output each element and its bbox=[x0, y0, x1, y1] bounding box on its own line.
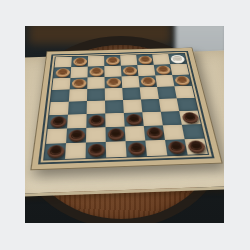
square-r6c6[interactable] bbox=[142, 112, 163, 126]
square-r1c5[interactable] bbox=[120, 55, 137, 66]
square-r2c8[interactable] bbox=[170, 64, 189, 75]
square-r7c3[interactable] bbox=[86, 127, 106, 142]
square-r1c6[interactable]: ⛀ bbox=[136, 55, 154, 66]
light-checker-piece[interactable]: ⛀ bbox=[122, 66, 137, 75]
square-r7c2[interactable]: ⛂ bbox=[66, 128, 86, 143]
square-r8c4[interactable] bbox=[106, 141, 127, 157]
square-r2c6[interactable] bbox=[137, 65, 155, 76]
square-r1c8[interactable]: ⛁ bbox=[168, 54, 186, 65]
dark-checker-piece[interactable]: ⛂ bbox=[46, 145, 64, 159]
square-r7c6[interactable]: ⛂ bbox=[144, 125, 165, 140]
square-r4c6[interactable] bbox=[140, 87, 159, 100]
square-r6c1[interactable]: ⛂ bbox=[48, 115, 68, 129]
square-r7c5[interactable] bbox=[125, 126, 146, 141]
dark-checker-piece[interactable]: ⛂ bbox=[87, 143, 104, 157]
checkers-board: ⛀⛀⛀⛁⛀⛀⛀⛀⛀⛀⛀⛀⛂⛂⛂⛂⛂⛂⛂⛂⛂⛂⛂⛂ bbox=[30, 47, 223, 170]
board-photo: ⛀⛀⛀⛁⛀⛀⛀⛀⛀⛀⛀⛀⛂⛂⛂⛂⛂⛂⛂⛂⛂⛂⛂⛂ bbox=[25, 26, 224, 223]
dark-checker-piece[interactable]: ⛂ bbox=[167, 141, 186, 154]
square-r4c2[interactable] bbox=[69, 89, 87, 102]
square-r3c8[interactable]: ⛀ bbox=[172, 75, 191, 87]
square-r1c7[interactable] bbox=[152, 54, 170, 65]
board-grid: ⛀⛀⛀⛁⛀⛀⛀⛀⛀⛀⛀⛀⛂⛂⛂⛂⛂⛂⛂⛂⛂⛂⛂⛂ bbox=[43, 53, 209, 160]
square-r5c5[interactable] bbox=[123, 99, 142, 112]
dark-checker-piece[interactable]: ⛂ bbox=[107, 128, 124, 141]
square-r2c4[interactable] bbox=[104, 66, 121, 77]
square-r4c3[interactable] bbox=[87, 88, 105, 101]
square-r1c4[interactable]: ⛀ bbox=[104, 55, 121, 66]
square-r3c6[interactable]: ⛀ bbox=[138, 75, 157, 87]
dark-checker-piece[interactable]: ⛂ bbox=[88, 115, 104, 127]
square-r5c4[interactable] bbox=[105, 100, 124, 113]
square-r2c5[interactable]: ⛀ bbox=[121, 65, 139, 76]
square-r7c1[interactable] bbox=[46, 128, 67, 143]
dark-checker-piece[interactable]: ⛂ bbox=[125, 113, 142, 125]
square-r1c1[interactable] bbox=[55, 57, 72, 68]
square-r6c4[interactable] bbox=[105, 113, 124, 127]
light-checker-piece[interactable]: ⛀ bbox=[55, 68, 70, 77]
light-checker-piece[interactable]: ⛀ bbox=[106, 77, 121, 87]
square-r8c1[interactable]: ⛂ bbox=[44, 143, 66, 159]
square-r8c5[interactable]: ⛂ bbox=[126, 141, 147, 157]
square-r8c2[interactable] bbox=[65, 143, 86, 159]
square-r3c1[interactable] bbox=[52, 78, 70, 90]
light-checker-piece[interactable]: ⛀ bbox=[73, 57, 87, 66]
square-r1c3[interactable] bbox=[88, 56, 105, 67]
board-frame: ⛀⛀⛀⛁⛀⛀⛀⛀⛀⛀⛀⛀⛂⛂⛂⛂⛂⛂⛂⛂⛂⛂⛂⛂ bbox=[30, 47, 223, 170]
square-r3c5[interactable] bbox=[122, 76, 140, 88]
square-r4c4[interactable] bbox=[105, 88, 123, 101]
dark-checker-piece[interactable]: ⛂ bbox=[187, 140, 206, 153]
square-r5c2[interactable] bbox=[68, 101, 87, 115]
square-r2c7[interactable]: ⛀ bbox=[154, 64, 172, 75]
square-r3c7[interactable] bbox=[155, 75, 174, 87]
square-r7c8[interactable] bbox=[182, 124, 204, 139]
board-border-line: ⛀⛀⛀⛁⛀⛀⛀⛀⛀⛀⛀⛀⛂⛂⛂⛂⛂⛂⛂⛂⛂⛂⛂⛂ bbox=[38, 51, 215, 165]
square-r8c6[interactable] bbox=[145, 140, 167, 156]
dark-checker-piece[interactable]: ⛂ bbox=[145, 127, 163, 140]
square-r5c1[interactable] bbox=[49, 102, 69, 116]
light-checker-piece[interactable]: ⛀ bbox=[105, 56, 119, 65]
square-r6c3[interactable]: ⛂ bbox=[86, 113, 105, 127]
square-r3c3[interactable] bbox=[87, 77, 105, 89]
dark-checker-piece[interactable]: ⛂ bbox=[68, 129, 85, 142]
square-r2c3[interactable]: ⛀ bbox=[88, 66, 105, 77]
dark-checker-piece[interactable]: ⛂ bbox=[127, 142, 145, 156]
dark-checker-piece[interactable]: ⛂ bbox=[49, 116, 66, 128]
light-checker-piece[interactable]: ⛀ bbox=[174, 75, 190, 85]
square-r1c2[interactable]: ⛀ bbox=[71, 56, 88, 67]
square-r5c8[interactable] bbox=[177, 98, 198, 111]
white-checker-piece[interactable]: ⛁ bbox=[170, 55, 185, 64]
square-r2c2[interactable] bbox=[70, 67, 87, 78]
square-r6c5[interactable]: ⛂ bbox=[124, 112, 144, 126]
light-checker-piece[interactable]: ⛀ bbox=[138, 55, 153, 64]
square-r5c6[interactable] bbox=[141, 99, 161, 112]
square-r6c8[interactable]: ⛂ bbox=[179, 111, 201, 125]
square-r6c2[interactable] bbox=[67, 114, 87, 128]
light-checker-piece[interactable]: ⛀ bbox=[89, 67, 103, 76]
square-r2c1[interactable]: ⛀ bbox=[53, 67, 71, 78]
square-r3c2[interactable]: ⛀ bbox=[70, 77, 88, 89]
light-checker-piece[interactable]: ⛀ bbox=[155, 65, 170, 74]
light-checker-piece[interactable]: ⛀ bbox=[71, 78, 86, 88]
square-r4c8[interactable] bbox=[174, 86, 194, 99]
square-r8c3[interactable]: ⛂ bbox=[86, 142, 107, 158]
square-r5c3[interactable] bbox=[87, 101, 106, 114]
square-r8c8[interactable]: ⛂ bbox=[185, 139, 208, 155]
light-checker-piece[interactable]: ⛀ bbox=[140, 76, 156, 86]
square-r3c4[interactable]: ⛀ bbox=[105, 76, 123, 88]
dark-checker-piece[interactable]: ⛂ bbox=[181, 112, 199, 124]
square-r7c4[interactable]: ⛂ bbox=[106, 127, 126, 142]
square-r4c5[interactable] bbox=[122, 87, 141, 100]
square-r4c1[interactable] bbox=[51, 89, 70, 102]
